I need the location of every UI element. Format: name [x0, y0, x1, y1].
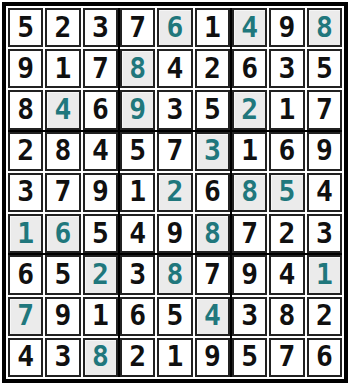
- sudoku-cell-r4c5[interactable]: 7: [157, 132, 192, 171]
- sudoku-cell-r7c5[interactable]: 8: [157, 255, 192, 294]
- sudoku-cell-r8c6[interactable]: 4: [195, 297, 230, 336]
- sudoku-cell-r9c9[interactable]: 6: [307, 338, 342, 377]
- sudoku-cell-r1c4[interactable]: 7: [120, 8, 155, 47]
- sudoku-cell-r3c3[interactable]: 6: [83, 90, 118, 129]
- sudoku-cell-r5c5[interactable]: 2: [157, 173, 192, 212]
- sudoku-cell-r1c1[interactable]: 5: [8, 8, 43, 47]
- sudoku-cell-r4c8[interactable]: 6: [269, 132, 304, 171]
- sudoku-cell-r5c8[interactable]: 5: [269, 173, 304, 212]
- sudoku-cell-r6c1[interactable]: 1: [8, 214, 43, 253]
- sudoku-cell-r9c1[interactable]: 4: [8, 338, 43, 377]
- sudoku-cell-r8c9[interactable]: 2: [307, 297, 342, 336]
- sudoku-cell-r8c2[interactable]: 9: [45, 297, 80, 336]
- sudoku-cell-r2c8[interactable]: 3: [269, 49, 304, 88]
- sudoku-cell-r7c3[interactable]: 2: [83, 255, 118, 294]
- sudoku-cell-r3c5[interactable]: 3: [157, 90, 192, 129]
- sudoku-cell-r1c7[interactable]: 4: [232, 8, 267, 47]
- sudoku-cell-r3c1[interactable]: 8: [8, 90, 43, 129]
- sudoku-cell-r7c2[interactable]: 5: [45, 255, 80, 294]
- sudoku-cell-r1c3[interactable]: 3: [83, 8, 118, 47]
- sudoku-cell-r2c7[interactable]: 6: [232, 49, 267, 88]
- sudoku-cell-r1c8[interactable]: 9: [269, 8, 304, 47]
- sudoku-cell-r3c7[interactable]: 2: [232, 90, 267, 129]
- sudoku-cell-r2c4[interactable]: 8: [120, 49, 155, 88]
- sudoku-cell-r4c9[interactable]: 9: [307, 132, 342, 171]
- sudoku-cell-r9c7[interactable]: 5: [232, 338, 267, 377]
- sudoku-cell-r1c2[interactable]: 2: [45, 8, 80, 47]
- sudoku-cell-r8c1[interactable]: 7: [8, 297, 43, 336]
- sudoku-cell-r7c6[interactable]: 7: [195, 255, 230, 294]
- sudoku-cell-r8c7[interactable]: 3: [232, 297, 267, 336]
- sudoku-cell-r9c6[interactable]: 9: [195, 338, 230, 377]
- sudoku-cell-r7c1[interactable]: 6: [8, 255, 43, 294]
- sudoku-cell-r4c3[interactable]: 4: [83, 132, 118, 171]
- sudoku-cell-r7c4[interactable]: 3: [120, 255, 155, 294]
- sudoku-cell-r5c2[interactable]: 7: [45, 173, 80, 212]
- sudoku-cell-r9c3[interactable]: 8: [83, 338, 118, 377]
- sudoku-cell-r2c9[interactable]: 5: [307, 49, 342, 88]
- sudoku-cell-r6c8[interactable]: 2: [269, 214, 304, 253]
- sudoku-cell-r6c9[interactable]: 3: [307, 214, 342, 253]
- sudoku-boxes-grid: 5239178467618429354986352172843791655731…: [8, 8, 342, 377]
- sudoku-cell-r4c4[interactable]: 5: [120, 132, 155, 171]
- sudoku-cell-r6c2[interactable]: 6: [45, 214, 80, 253]
- sudoku-box-3: 498635217: [232, 8, 342, 130]
- sudoku-cell-r3c4[interactable]: 9: [120, 90, 155, 129]
- sudoku-cell-r8c4[interactable]: 6: [120, 297, 155, 336]
- sudoku-cell-r3c8[interactable]: 1: [269, 90, 304, 129]
- sudoku-cell-r8c8[interactable]: 8: [269, 297, 304, 336]
- sudoku-cell-r9c4[interactable]: 2: [120, 338, 155, 377]
- sudoku-cell-r2c6[interactable]: 2: [195, 49, 230, 88]
- sudoku-cell-r5c7[interactable]: 8: [232, 173, 267, 212]
- sudoku-cell-r5c9[interactable]: 4: [307, 173, 342, 212]
- sudoku-cell-r2c3[interactable]: 7: [83, 49, 118, 88]
- sudoku-cell-r2c5[interactable]: 4: [157, 49, 192, 88]
- sudoku-cell-r1c5[interactable]: 6: [157, 8, 192, 47]
- sudoku-cell-r8c3[interactable]: 1: [83, 297, 118, 336]
- sudoku-cell-r6c6[interactable]: 8: [195, 214, 230, 253]
- sudoku-box-1: 523917846: [8, 8, 118, 130]
- sudoku-cell-r5c4[interactable]: 1: [120, 173, 155, 212]
- sudoku-cell-r6c5[interactable]: 9: [157, 214, 192, 253]
- sudoku-cell-r3c9[interactable]: 7: [307, 90, 342, 129]
- sudoku-cell-r3c2[interactable]: 4: [45, 90, 80, 129]
- sudoku-box-8: 387654219: [120, 255, 230, 377]
- sudoku-cell-r6c3[interactable]: 5: [83, 214, 118, 253]
- sudoku-cell-r5c1[interactable]: 3: [8, 173, 43, 212]
- sudoku-board: 5239178467618429354986352172843791655731…: [2, 2, 348, 383]
- sudoku-box-5: 573126498: [120, 132, 230, 254]
- sudoku-cell-r7c9[interactable]: 1: [307, 255, 342, 294]
- sudoku-cell-r1c9[interactable]: 8: [307, 8, 342, 47]
- sudoku-cell-r5c3[interactable]: 9: [83, 173, 118, 212]
- sudoku-box-6: 169854723: [232, 132, 342, 254]
- sudoku-box-2: 761842935: [120, 8, 230, 130]
- sudoku-cell-r4c2[interactable]: 8: [45, 132, 80, 171]
- sudoku-cell-r3c6[interactable]: 5: [195, 90, 230, 129]
- sudoku-cell-r1c6[interactable]: 1: [195, 8, 230, 47]
- sudoku-cell-r4c1[interactable]: 2: [8, 132, 43, 171]
- sudoku-cell-r9c2[interactable]: 3: [45, 338, 80, 377]
- sudoku-cell-r6c7[interactable]: 7: [232, 214, 267, 253]
- sudoku-cell-r6c4[interactable]: 4: [120, 214, 155, 253]
- sudoku-cell-r4c6[interactable]: 3: [195, 132, 230, 171]
- sudoku-cell-r8c5[interactable]: 5: [157, 297, 192, 336]
- sudoku-cell-r9c5[interactable]: 1: [157, 338, 192, 377]
- sudoku-cell-r4c7[interactable]: 1: [232, 132, 267, 171]
- sudoku-cell-r7c7[interactable]: 9: [232, 255, 267, 294]
- sudoku-cell-r2c1[interactable]: 9: [8, 49, 43, 88]
- sudoku-cell-r7c8[interactable]: 4: [269, 255, 304, 294]
- sudoku-cell-r9c8[interactable]: 7: [269, 338, 304, 377]
- sudoku-cell-r2c2[interactable]: 1: [45, 49, 80, 88]
- sudoku-cell-r5c6[interactable]: 6: [195, 173, 230, 212]
- sudoku-box-9: 941382576: [232, 255, 342, 377]
- sudoku-box-4: 284379165: [8, 132, 118, 254]
- sudoku-box-7: 652791438: [8, 255, 118, 377]
